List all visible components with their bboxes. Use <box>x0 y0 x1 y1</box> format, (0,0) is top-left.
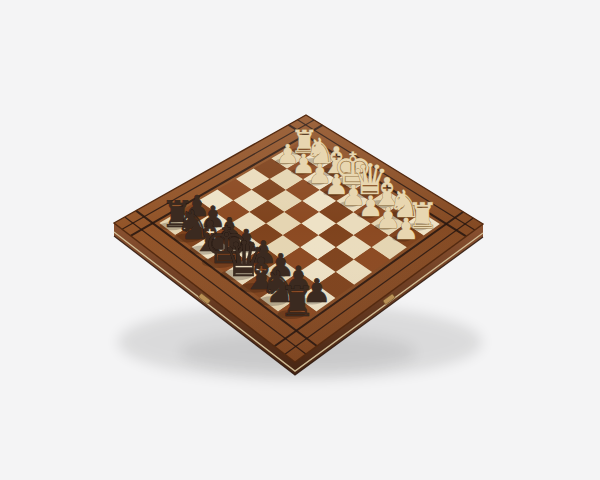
piece-black-rook-a8: ♜ <box>279 278 316 326</box>
chess-board-photo: ♜♟♞♟♝♟♚♟♛♟♝♟♟♞♜♟♟♜♞♟♟♝♟♟♚♟♛♟♝♟♞♜ <box>0 0 600 480</box>
piece-white-pawn-a2: ♟ <box>393 212 419 246</box>
chess-set-product-photo: ♜♟♞♟♝♟♚♟♛♟♝♟♟♞♜♟♟♜♞♟♟♝♟♟♚♟♛♟♝♟♞♜ <box>0 0 600 480</box>
